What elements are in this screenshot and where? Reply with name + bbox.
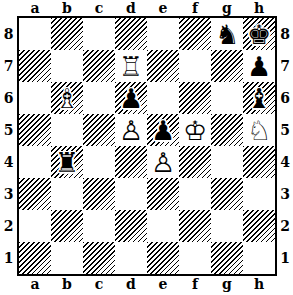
corner-bottom-left [0,276,17,295]
square-b1[interactable] [51,242,83,274]
square-g2[interactable] [211,210,243,242]
corner-bottom-right [277,276,293,295]
square-c3[interactable] [83,178,115,210]
square-c8[interactable] [83,18,115,50]
square-f3[interactable] [179,178,211,210]
piece-glyph: ♚ [243,18,275,50]
rank-label-7: 7 [277,50,293,82]
square-h6[interactable]: ♝ [243,82,275,114]
square-g1[interactable] [211,242,243,274]
square-c1[interactable] [83,242,115,274]
rank-label-4: 4 [0,146,17,178]
file-label-g: g [211,276,243,295]
piece-outline-glyph: ♙ [147,146,179,178]
file-label-d: d [115,276,147,295]
square-e4[interactable]: ♟♙ [147,146,179,178]
chessboard: ♞♚♜♖♟♝♗♟♝♟♙♟♚♔♞♘♜♟♙ [17,16,277,276]
black-king-piece[interactable]: ♚ [243,18,275,50]
square-d5[interactable]: ♟♙ [115,114,147,146]
square-c4[interactable] [83,146,115,178]
square-e7[interactable] [147,50,179,82]
white-king-piece[interactable]: ♚♔ [179,114,211,146]
rank-label-6: 6 [277,82,293,114]
square-g4[interactable] [211,146,243,178]
square-a6[interactable] [19,82,51,114]
piece-outline-glyph: ♗ [51,82,83,114]
square-d2[interactable] [115,210,147,242]
white-knight-piece[interactable]: ♞♘ [243,114,275,146]
piece-outline-glyph: ♖ [115,50,147,82]
file-label-f: f [179,276,211,295]
rank-label-3: 3 [0,178,17,210]
square-d8[interactable] [115,18,147,50]
piece-glyph: ♟ [115,82,147,114]
piece-glyph: ♟ [243,50,275,82]
rank-label-1: 1 [277,242,293,274]
square-h8[interactable]: ♚ [243,18,275,50]
rank-label-7: 7 [0,50,17,82]
rank-label-5: 5 [0,114,17,146]
rank-label-4: 4 [277,146,293,178]
square-e2[interactable] [147,210,179,242]
square-f1[interactable] [179,242,211,274]
file-label-b: b [51,276,83,295]
square-a8[interactable] [19,18,51,50]
square-e3[interactable] [147,178,179,210]
square-b6[interactable]: ♝♗ [51,82,83,114]
square-f4[interactable] [179,146,211,178]
piece-outline-glyph: ♘ [243,114,275,146]
square-d4[interactable] [115,146,147,178]
square-f8[interactable] [179,18,211,50]
rank-label-2: 2 [277,210,293,242]
black-rook-piece[interactable]: ♜ [51,146,83,178]
file-label-e: e [147,0,179,16]
chess-diagram: abcdefgh 87654321 ♞♚♜♖♟♝♗♟♝♟♙♟♚♔♞♘♜♟♙ 87… [0,0,293,295]
square-g6[interactable] [211,82,243,114]
piece-glyph: ♜ [51,146,83,178]
square-g3[interactable] [211,178,243,210]
white-pawn-piece[interactable]: ♟♙ [115,114,147,146]
square-d6[interactable]: ♟ [115,82,147,114]
file-labels-bottom: abcdefgh [17,276,277,295]
square-h2[interactable] [243,210,275,242]
square-c7[interactable] [83,50,115,82]
square-h4[interactable] [243,146,275,178]
rank-label-8: 8 [0,18,17,50]
square-a5[interactable] [19,114,51,146]
square-b3[interactable] [51,178,83,210]
square-f5[interactable]: ♚♔ [179,114,211,146]
white-bishop-piece[interactable]: ♝♗ [51,82,83,114]
file-labels-top: abcdefgh [17,0,277,16]
square-h1[interactable] [243,242,275,274]
black-pawn-piece[interactable]: ♟ [115,82,147,114]
square-h3[interactable] [243,178,275,210]
square-c6[interactable] [83,82,115,114]
square-h7[interactable]: ♟ [243,50,275,82]
square-e8[interactable] [147,18,179,50]
file-label-d: d [115,0,147,16]
corner-top-left [0,0,17,16]
square-a7[interactable] [19,50,51,82]
square-h5[interactable]: ♞♘ [243,114,275,146]
black-knight-piece[interactable]: ♞ [211,18,243,50]
file-label-c: c [83,0,115,16]
square-a1[interactable] [19,242,51,274]
square-e5[interactable]: ♟ [147,114,179,146]
corner-top-right [277,0,293,16]
square-d1[interactable] [115,242,147,274]
square-b5[interactable] [51,114,83,146]
square-g8[interactable]: ♞ [211,18,243,50]
square-b2[interactable] [51,210,83,242]
rank-label-2: 2 [0,210,17,242]
piece-outline-glyph: ♙ [115,114,147,146]
square-a3[interactable] [19,178,51,210]
square-a2[interactable] [19,210,51,242]
rank-label-5: 5 [277,114,293,146]
file-label-e: e [147,276,179,295]
square-a4[interactable] [19,146,51,178]
rank-labels-right: 87654321 [277,16,293,276]
rank-labels-left: 87654321 [0,16,17,276]
black-pawn-piece[interactable]: ♟ [243,50,275,82]
piece-glyph: ♟ [147,114,179,146]
file-label-g: g [211,0,243,16]
square-e6[interactable] [147,82,179,114]
square-b8[interactable] [51,18,83,50]
file-label-a: a [19,0,51,16]
square-g5[interactable] [211,114,243,146]
white-rook-piece[interactable]: ♜♖ [115,50,147,82]
square-e1[interactable] [147,242,179,274]
piece-glyph: ♝ [243,82,275,114]
black-bishop-piece[interactable]: ♝ [243,82,275,114]
file-label-h: h [243,0,275,16]
square-d7[interactable]: ♜♖ [115,50,147,82]
square-d3[interactable] [115,178,147,210]
square-c5[interactable] [83,114,115,146]
square-f2[interactable] [179,210,211,242]
square-f6[interactable] [179,82,211,114]
rank-label-8: 8 [277,18,293,50]
square-c2[interactable] [83,210,115,242]
square-f7[interactable] [179,50,211,82]
piece-outline-glyph: ♔ [179,114,211,146]
file-label-c: c [83,276,115,295]
rank-label-6: 6 [0,82,17,114]
square-g7[interactable] [211,50,243,82]
square-b7[interactable] [51,50,83,82]
rank-label-3: 3 [277,178,293,210]
black-pawn-piece[interactable]: ♟ [147,114,179,146]
white-pawn-piece[interactable]: ♟♙ [147,146,179,178]
file-label-h: h [243,276,275,295]
file-label-f: f [179,0,211,16]
piece-glyph: ♞ [211,18,243,50]
square-b4[interactable]: ♜ [51,146,83,178]
file-label-a: a [19,276,51,295]
rank-label-1: 1 [0,242,17,274]
file-label-b: b [51,0,83,16]
